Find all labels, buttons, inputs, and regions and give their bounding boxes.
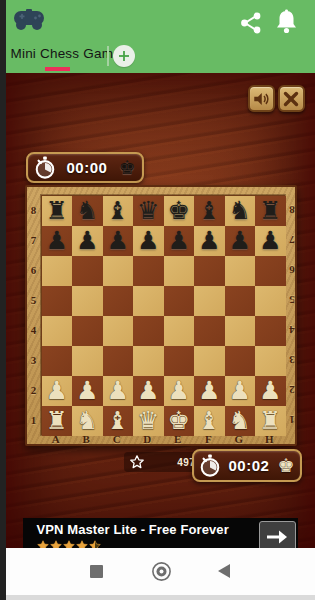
rank-label-2: 2: [27, 375, 41, 405]
rank-label-6: 6: [27, 255, 41, 285]
tab-underline: [45, 67, 70, 71]
white-knight[interactable]: ♞: [76, 406, 98, 436]
close-icon: [283, 91, 299, 107]
square-f1[interactable]: ♝: [194, 406, 225, 436]
square-b8[interactable]: ♞: [72, 196, 103, 226]
white-rook[interactable]: ♜: [46, 406, 68, 436]
file-label-e: E: [163, 433, 194, 446]
gesture-strip: [6, 595, 315, 600]
square-d6[interactable]: [133, 256, 164, 286]
square-g2[interactable]: ♟: [225, 376, 256, 406]
square-a3[interactable]: [42, 346, 73, 376]
square-c5[interactable]: [103, 286, 134, 316]
rank-label-7: 7: [27, 225, 41, 255]
square-f8[interactable]: ♝: [194, 196, 225, 226]
square-g8[interactable]: ♞: [225, 196, 256, 226]
square-a4[interactable]: [42, 316, 73, 346]
file-label-d: D: [132, 433, 163, 446]
white-pawn[interactable]: ♟: [107, 376, 129, 406]
rank-label-4: 4: [27, 315, 41, 345]
black-pawn[interactable]: ♟: [229, 226, 251, 256]
square-g5[interactable]: [225, 286, 256, 316]
square-c4[interactable]: [103, 316, 134, 346]
black-rook[interactable]: ♜: [259, 196, 281, 226]
black-pawn[interactable]: ♟: [137, 226, 159, 256]
square-f5[interactable]: [194, 286, 225, 316]
square-h7[interactable]: ♟: [255, 226, 286, 256]
plus-icon: [118, 50, 130, 62]
square-h4[interactable]: [255, 316, 286, 346]
stopwatch-icon: [34, 156, 56, 180]
square-d3[interactable]: [133, 346, 164, 376]
square-c3[interactable]: [103, 346, 134, 376]
white-rook[interactable]: ♜: [259, 406, 281, 436]
square-c6[interactable]: [103, 256, 134, 286]
square-a6[interactable]: [42, 256, 73, 286]
board-squares: ♜♞♝♛♚♝♞♜♟♟♟♟♟♟♟♟♟♟♟♟♟♟♟♟♜♞♝♛♚♝♞♜: [41, 195, 285, 435]
black-rook[interactable]: ♜: [46, 196, 68, 226]
square-c1[interactable]: ♝: [103, 406, 134, 436]
black-queen[interactable]: ♛: [137, 196, 159, 226]
file-label-b: B: [71, 433, 102, 446]
file-label-f: F: [193, 433, 224, 446]
sound-on-icon: [252, 90, 270, 108]
black-bishop[interactable]: ♝: [198, 196, 220, 226]
square-e5[interactable]: [164, 286, 195, 316]
white-bishop[interactable]: ♝: [198, 406, 220, 436]
black-pawn[interactable]: ♟: [76, 226, 98, 256]
square-h2[interactable]: ♟: [255, 376, 286, 406]
square-e2[interactable]: ♟: [164, 376, 195, 406]
white-king[interactable]: ♚: [168, 406, 190, 436]
share-icon[interactable]: [239, 11, 263, 35]
black-king-icon: ♚: [118, 158, 135, 177]
square-g7[interactable]: ♟: [225, 226, 256, 256]
phone-screen: Mini Chess Game: [6, 0, 315, 600]
recents-square-icon[interactable]: [90, 565, 103, 578]
square-f6[interactable]: [194, 256, 225, 286]
square-b1[interactable]: ♞: [72, 406, 103, 436]
square-c2[interactable]: ♟: [103, 376, 134, 406]
square-d4[interactable]: [133, 316, 164, 346]
square-g3[interactable]: [225, 346, 256, 376]
square-b4[interactable]: [72, 316, 103, 346]
square-a8[interactable]: ♜: [42, 196, 73, 226]
square-e8[interactable]: ♚: [164, 196, 195, 226]
square-e6[interactable]: [164, 256, 195, 286]
square-g4[interactable]: [225, 316, 256, 346]
square-a2[interactable]: ♟: [42, 376, 73, 406]
black-timer-panel: 00:00 ♚: [26, 152, 144, 183]
rank-label-8: 8: [27, 195, 41, 225]
black-pawn[interactable]: ♟: [198, 226, 220, 256]
square-g6[interactable]: [225, 256, 256, 286]
square-a1[interactable]: ♜: [42, 406, 73, 436]
black-pawn[interactable]: ♟: [107, 226, 129, 256]
tab-divider: [107, 46, 109, 66]
rank-label-7: 7: [285, 225, 299, 255]
rank-label-2: 2: [285, 375, 299, 405]
square-g1[interactable]: ♞: [225, 406, 256, 436]
black-bishop[interactable]: ♝: [107, 196, 129, 226]
square-b7[interactable]: ♟: [72, 226, 103, 256]
square-d7[interactable]: ♟: [133, 226, 164, 256]
black-king[interactable]: ♚: [168, 196, 190, 226]
sound-button[interactable]: [248, 85, 275, 112]
square-d2[interactable]: ♟: [133, 376, 164, 406]
white-pawn[interactable]: ♟: [259, 376, 281, 406]
file-label-c: C: [102, 433, 133, 446]
square-f3[interactable]: [194, 346, 225, 376]
star-score-icon: [130, 455, 144, 469]
game-area: 00:00 ♚ ♜♞♝♛♚♝♞♜♟♟♟♟♟♟♟♟♟♟♟♟♟♟♟♟♜♞♝♛♚♝♞♜…: [6, 73, 315, 548]
rank-label-5: 5: [27, 285, 41, 315]
white-knight[interactable]: ♞: [229, 406, 251, 436]
square-b3[interactable]: [72, 346, 103, 376]
square-h6[interactable]: [255, 256, 286, 286]
file-label-g: G: [224, 433, 255, 446]
file-label-a: A: [41, 433, 72, 446]
rank-label-8: 8: [285, 195, 299, 225]
bell-icon[interactable]: [274, 9, 299, 35]
white-pawn[interactable]: ♟: [168, 376, 190, 406]
square-b2[interactable]: ♟: [72, 376, 103, 406]
square-e3[interactable]: [164, 346, 195, 376]
square-d1[interactable]: ♛: [133, 406, 164, 436]
ad-title: VPN Master Lite - Free Forever: [37, 522, 229, 537]
white-king-icon: ♚: [277, 456, 294, 475]
black-pawn[interactable]: ♟: [168, 226, 190, 256]
square-d8[interactable]: ♛: [133, 196, 164, 226]
back-triangle-icon[interactable]: [218, 564, 230, 578]
white-queen[interactable]: ♛: [137, 406, 159, 436]
square-h1[interactable]: ♜: [255, 406, 286, 436]
rank-label-1: 1: [285, 405, 299, 435]
square-f2[interactable]: ♟: [194, 376, 225, 406]
square-c7[interactable]: ♟: [103, 226, 134, 256]
square-h3[interactable]: [255, 346, 286, 376]
black-timer-value: 00:00: [56, 159, 119, 176]
rank-label-6: 6: [285, 255, 299, 285]
white-pawn[interactable]: ♟: [46, 376, 68, 406]
gamepad-icon: [12, 6, 46, 34]
square-a7[interactable]: ♟: [42, 226, 73, 256]
black-knight[interactable]: ♞: [229, 196, 251, 226]
white-pawn[interactable]: ♟: [137, 376, 159, 406]
rank-label-1: 1: [27, 405, 41, 435]
black-knight[interactable]: ♞: [76, 196, 98, 226]
rank-label-5: 5: [285, 285, 299, 315]
white-bishop[interactable]: ♝: [107, 406, 129, 436]
square-e7[interactable]: ♟: [164, 226, 195, 256]
white-pawn[interactable]: ♟: [198, 376, 220, 406]
white-timer-panel: 00:02 ♚: [192, 449, 302, 482]
white-pawn[interactable]: ♟: [229, 376, 251, 406]
square-b5[interactable]: [72, 286, 103, 316]
square-b6[interactable]: [72, 256, 103, 286]
rank-label-3: 3: [285, 345, 299, 375]
chess-board: ♜♞♝♛♚♝♞♜♟♟♟♟♟♟♟♟♟♟♟♟♟♟♟♟♜♞♝♛♚♝♞♜ 8765432…: [25, 185, 297, 446]
android-nav-bar: [6, 548, 315, 600]
square-e1[interactable]: ♚: [164, 406, 195, 436]
square-a5[interactable]: [42, 286, 73, 316]
close-button[interactable]: [278, 85, 305, 112]
add-tab-button[interactable]: [113, 45, 135, 67]
file-label-h: H: [254, 433, 285, 446]
white-pawn[interactable]: ♟: [76, 376, 98, 406]
square-d5[interactable]: [133, 286, 164, 316]
square-f4[interactable]: [194, 316, 225, 346]
square-e4[interactable]: [164, 316, 195, 346]
white-timer-value: 00:02: [221, 457, 278, 474]
square-f7[interactable]: ♟: [194, 226, 225, 256]
app-title: Mini Chess Game: [11, 46, 121, 61]
square-h8[interactable]: ♜: [255, 196, 286, 226]
black-pawn[interactable]: ♟: [259, 226, 281, 256]
home-circle-icon[interactable]: [151, 561, 172, 582]
black-pawn[interactable]: ♟: [46, 226, 68, 256]
app-header: Mini Chess Game: [6, 0, 315, 73]
square-h5[interactable]: [255, 286, 286, 316]
arrow-right-icon: [266, 529, 288, 545]
rank-label-4: 4: [285, 315, 299, 345]
rank-label-3: 3: [27, 345, 41, 375]
square-c8[interactable]: ♝: [103, 196, 134, 226]
stopwatch-icon: [199, 454, 221, 478]
